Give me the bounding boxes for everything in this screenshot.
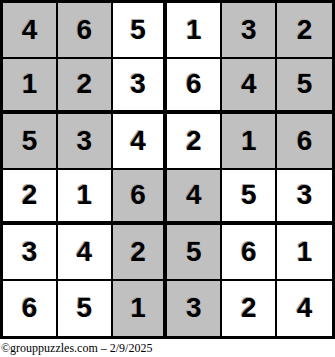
cell-digit: 5 <box>130 16 146 44</box>
cell-r1c6: 2 <box>277 3 332 59</box>
cell-r3c3: 4 <box>113 114 168 170</box>
cell-digit: 5 <box>241 181 257 209</box>
cell-digit: 4 <box>186 181 202 209</box>
cell-r2c4: 6 <box>167 59 222 115</box>
cell-r3c5: 1 <box>222 114 277 170</box>
cell-r4c4: 4 <box>167 170 222 226</box>
cell-r6c1: 6 <box>3 281 58 337</box>
cell-r5c2: 4 <box>58 225 113 281</box>
cell-r6c6: 4 <box>277 281 332 337</box>
cell-r3c6: 6 <box>277 114 332 170</box>
cell-digit: 2 <box>130 238 146 266</box>
cell-digit: 3 <box>22 238 38 266</box>
cell-digit: 2 <box>241 294 257 322</box>
cell-r5c4: 5 <box>167 225 222 281</box>
cell-digit: 1 <box>186 16 202 44</box>
cell-digit: 6 <box>76 16 92 44</box>
cell-r2c1: 1 <box>3 59 58 115</box>
cell-digit: 1 <box>76 181 92 209</box>
cell-r6c3: 1 <box>113 281 168 337</box>
cell-digit: 2 <box>297 16 313 44</box>
footer: ©grouppuzzles.com – 2/9/2025 <box>0 339 335 357</box>
cell-digit: 4 <box>22 16 38 44</box>
cell-r6c5: 2 <box>222 281 277 337</box>
cell-r4c2: 1 <box>58 170 113 226</box>
cell-digit: 5 <box>76 294 92 322</box>
cell-r5c6: 1 <box>277 225 332 281</box>
cell-r4c5: 5 <box>222 170 277 226</box>
cell-r5c1: 3 <box>3 225 58 281</box>
cell-r3c4: 2 <box>167 114 222 170</box>
cell-digit: 6 <box>241 238 257 266</box>
cell-digit: 1 <box>130 294 146 322</box>
cell-digit: 1 <box>22 70 38 98</box>
cell-digit: 3 <box>186 294 202 322</box>
cell-digit: 3 <box>297 181 313 209</box>
cell-digit: 5 <box>297 70 313 98</box>
cell-r1c2: 6 <box>58 3 113 59</box>
cell-digit: 4 <box>130 127 146 155</box>
cell-digit: 3 <box>76 127 92 155</box>
cell-r1c1: 4 <box>3 3 58 59</box>
cell-digit: 5 <box>22 127 38 155</box>
cell-r6c4: 3 <box>167 281 222 337</box>
cell-r4c6: 3 <box>277 170 332 226</box>
cell-digit: 1 <box>241 127 257 155</box>
cell-digit: 4 <box>297 294 313 322</box>
cell-r2c5: 4 <box>222 59 277 115</box>
cell-digit: 4 <box>241 70 257 98</box>
cell-r1c3: 5 <box>113 3 168 59</box>
cell-digit: 2 <box>186 127 202 155</box>
credit-text: ©grouppuzzles.com – 2/9/2025 <box>1 341 152 356</box>
cell-digit: 5 <box>186 238 202 266</box>
cell-r3c1: 5 <box>3 114 58 170</box>
cell-r3c2: 3 <box>58 114 113 170</box>
cell-digit: 6 <box>186 70 202 98</box>
cell-r1c5: 3 <box>222 3 277 59</box>
cell-r2c6: 5 <box>277 59 332 115</box>
cell-digit: 3 <box>130 70 146 98</box>
cell-r2c2: 2 <box>58 59 113 115</box>
sudoku-board: 465132123645534216216453342561651324 <box>0 0 335 339</box>
cell-digit: 3 <box>241 16 257 44</box>
cell-r4c1: 2 <box>3 170 58 226</box>
cell-digit: 4 <box>76 238 92 266</box>
cell-r6c2: 5 <box>58 281 113 337</box>
cell-digit: 1 <box>297 238 313 266</box>
cell-digit: 6 <box>130 181 146 209</box>
cell-r5c3: 2 <box>113 225 168 281</box>
cell-digit: 2 <box>22 181 38 209</box>
cell-r2c3: 3 <box>113 59 168 115</box>
cell-digit: 6 <box>22 294 38 322</box>
cell-r5c5: 6 <box>222 225 277 281</box>
cell-digit: 6 <box>297 127 313 155</box>
cell-digit: 2 <box>76 70 92 98</box>
cell-r1c4: 1 <box>167 3 222 59</box>
cell-r4c3: 6 <box>113 170 168 226</box>
